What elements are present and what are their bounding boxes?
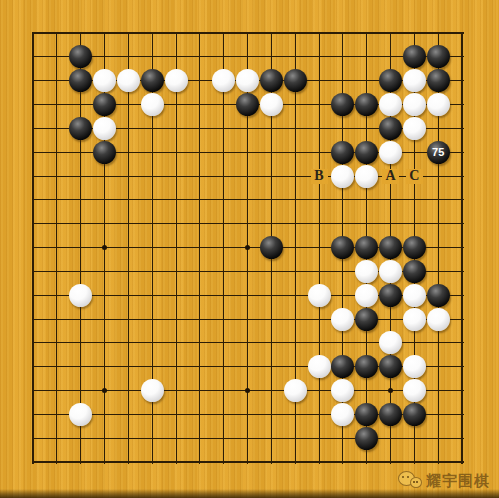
stone-white bbox=[331, 165, 354, 188]
stone-white bbox=[141, 93, 164, 116]
stone-white bbox=[379, 331, 402, 354]
stone-white bbox=[141, 379, 164, 402]
stone-black bbox=[355, 141, 378, 164]
grid-line-horizontal bbox=[32, 199, 464, 200]
stone-black bbox=[331, 236, 354, 259]
point-label-C: C bbox=[406, 169, 423, 184]
grid-line-vertical bbox=[128, 32, 129, 464]
stone-black bbox=[355, 308, 378, 331]
stone-black bbox=[403, 260, 426, 283]
star-point bbox=[102, 388, 107, 393]
grid-line-horizontal bbox=[32, 319, 464, 320]
stone-black bbox=[331, 141, 354, 164]
stone-white bbox=[212, 69, 235, 92]
stone-white bbox=[427, 93, 450, 116]
grid-line-vertical bbox=[461, 32, 463, 464]
point-label-B: B bbox=[311, 169, 328, 184]
wechat-bubble-small bbox=[410, 477, 422, 488]
stone-black bbox=[379, 284, 402, 307]
stone-white bbox=[284, 379, 307, 402]
stone-black bbox=[379, 69, 402, 92]
stone-white bbox=[379, 93, 402, 116]
stone-white bbox=[403, 284, 426, 307]
stone-white bbox=[331, 379, 354, 402]
grid-line-horizontal bbox=[32, 56, 464, 57]
grid-line-horizontal bbox=[32, 438, 464, 439]
grid-line-horizontal bbox=[32, 32, 464, 34]
stone-black bbox=[260, 236, 283, 259]
stone-white bbox=[403, 117, 426, 140]
stone-white bbox=[379, 260, 402, 283]
stone-white bbox=[165, 69, 188, 92]
stone-black bbox=[355, 355, 378, 378]
stone-black bbox=[355, 427, 378, 450]
star-point bbox=[245, 388, 250, 393]
grid-line-vertical bbox=[223, 32, 224, 464]
stone-white bbox=[308, 284, 331, 307]
stone-black bbox=[403, 403, 426, 426]
stone-black bbox=[379, 355, 402, 378]
grid-line-vertical bbox=[32, 32, 34, 464]
stone-black bbox=[93, 141, 116, 164]
stone-black bbox=[69, 117, 92, 140]
stone-white bbox=[427, 308, 450, 331]
stone-white bbox=[93, 69, 116, 92]
stone-black bbox=[427, 284, 450, 307]
bottom-edge-shadow bbox=[0, 489, 499, 498]
grid-line-vertical bbox=[176, 32, 177, 464]
stone-black bbox=[260, 69, 283, 92]
stone-white bbox=[403, 69, 426, 92]
stone-black bbox=[355, 403, 378, 426]
stone-white bbox=[403, 355, 426, 378]
stone-white bbox=[69, 403, 92, 426]
grid-line-horizontal bbox=[32, 223, 464, 224]
watermark-text: 耀宇围棋 bbox=[426, 472, 490, 491]
go-board: 75BAC bbox=[0, 0, 499, 462]
stone-white bbox=[93, 117, 116, 140]
stone-white bbox=[331, 308, 354, 331]
stone-black bbox=[355, 236, 378, 259]
stone-white bbox=[236, 69, 259, 92]
stone-black bbox=[379, 403, 402, 426]
stone-black bbox=[69, 69, 92, 92]
grid-line-horizontal bbox=[32, 461, 464, 463]
star-point bbox=[102, 245, 107, 250]
stone-black bbox=[403, 236, 426, 259]
stone-black bbox=[403, 45, 426, 68]
stone-white bbox=[355, 260, 378, 283]
stone-black bbox=[331, 93, 354, 116]
stone-black bbox=[379, 117, 402, 140]
stone-white bbox=[355, 165, 378, 188]
stone-black: 75 bbox=[427, 141, 450, 164]
stone-white bbox=[260, 93, 283, 116]
grid-line-vertical bbox=[56, 32, 57, 464]
stone-black bbox=[69, 45, 92, 68]
stone-white bbox=[331, 403, 354, 426]
star-point bbox=[388, 388, 393, 393]
star-point bbox=[245, 245, 250, 250]
grid-line-vertical bbox=[80, 32, 81, 464]
stone-black bbox=[284, 69, 307, 92]
stone-black bbox=[236, 93, 259, 116]
stone-white bbox=[69, 284, 92, 307]
stone-black bbox=[379, 236, 402, 259]
grid-line-vertical bbox=[319, 32, 320, 464]
stone-black bbox=[427, 69, 450, 92]
stone-white bbox=[403, 379, 426, 402]
stone-white bbox=[403, 93, 426, 116]
stone-white bbox=[355, 284, 378, 307]
stone-black bbox=[355, 93, 378, 116]
stone-white bbox=[379, 141, 402, 164]
stone-black bbox=[331, 355, 354, 378]
move-number: 75 bbox=[432, 147, 444, 158]
grid-line-horizontal bbox=[32, 176, 464, 177]
go-diagram-screenshot: 75BAC 耀宇围棋 bbox=[0, 0, 499, 498]
stone-black bbox=[93, 93, 116, 116]
watermark: 耀宇围棋 bbox=[398, 471, 490, 491]
wechat-icon bbox=[398, 471, 422, 491]
point-label-A: A bbox=[382, 169, 399, 184]
stone-white bbox=[117, 69, 140, 92]
stone-white bbox=[308, 355, 331, 378]
stone-black bbox=[141, 69, 164, 92]
stone-black bbox=[427, 45, 450, 68]
stone-white bbox=[403, 308, 426, 331]
grid-line-vertical bbox=[199, 32, 200, 464]
